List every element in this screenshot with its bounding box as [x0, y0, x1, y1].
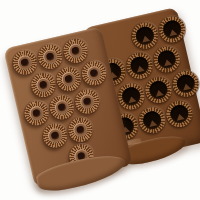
product-photo: [0, 0, 200, 200]
mold-cavity: [164, 98, 195, 129]
mold-cavity: [137, 105, 168, 136]
